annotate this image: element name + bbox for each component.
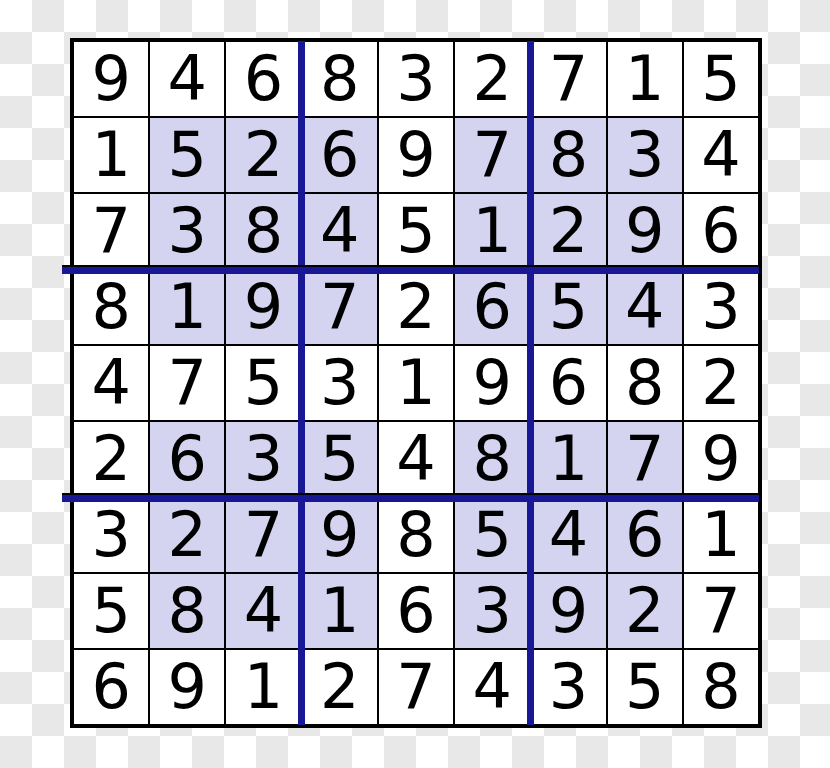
cell-r2c1[interactable]: 1: [73, 117, 149, 193]
cell-r2c5[interactable]: 9: [378, 117, 454, 193]
cell-r4c6[interactable]: 6: [454, 269, 530, 345]
cell-r2c4[interactable]: 6: [302, 117, 378, 193]
cell-r6c4[interactable]: 5: [302, 421, 378, 497]
cell-r7c5[interactable]: 8: [378, 497, 454, 573]
cell-r6c2[interactable]: 6: [149, 421, 225, 497]
cell-r4c8[interactable]: 4: [607, 269, 683, 345]
cell-r1c4[interactable]: 8: [302, 41, 378, 117]
cell-r5c1[interactable]: 4: [73, 345, 149, 421]
cell-r9c6[interactable]: 4: [454, 649, 530, 725]
cell-r3c8[interactable]: 9: [607, 193, 683, 269]
cell-r3c4[interactable]: 4: [302, 193, 378, 269]
cell-r3c2[interactable]: 3: [149, 193, 225, 269]
cell-r3c6[interactable]: 1: [454, 193, 530, 269]
cell-r2c7[interactable]: 8: [530, 117, 606, 193]
cell-r1c3[interactable]: 6: [225, 41, 301, 117]
cell-r3c3[interactable]: 8: [225, 193, 301, 269]
cell-r6c5[interactable]: 4: [378, 421, 454, 497]
cell-r5c2[interactable]: 7: [149, 345, 225, 421]
cell-r1c7[interactable]: 7: [530, 41, 606, 117]
cell-r2c2[interactable]: 5: [149, 117, 225, 193]
cell-r8c8[interactable]: 2: [607, 573, 683, 649]
cell-r9c4[interactable]: 2: [302, 649, 378, 725]
cell-r3c7[interactable]: 2: [530, 193, 606, 269]
cell-r4c3[interactable]: 9: [225, 269, 301, 345]
transparency-checkerboard: 9468327151526978347384512968197265434753…: [0, 0, 830, 768]
cell-r3c1[interactable]: 7: [73, 193, 149, 269]
cell-r1c6[interactable]: 2: [454, 41, 530, 117]
cell-r1c1[interactable]: 9: [73, 41, 149, 117]
cell-r2c6[interactable]: 7: [454, 117, 530, 193]
cell-r8c6[interactable]: 3: [454, 573, 530, 649]
cell-r7c8[interactable]: 6: [607, 497, 683, 573]
cell-r8c2[interactable]: 8: [149, 573, 225, 649]
cell-r6c1[interactable]: 2: [73, 421, 149, 497]
cell-r4c2[interactable]: 1: [149, 269, 225, 345]
cell-r5c6[interactable]: 9: [454, 345, 530, 421]
cell-r5c8[interactable]: 8: [607, 345, 683, 421]
cell-r1c2[interactable]: 4: [149, 41, 225, 117]
cell-r4c7[interactable]: 5: [530, 269, 606, 345]
cell-r1c5[interactable]: 3: [378, 41, 454, 117]
cell-r7c9[interactable]: 1: [683, 497, 759, 573]
cell-r2c8[interactable]: 3: [607, 117, 683, 193]
cell-r4c5[interactable]: 2: [378, 269, 454, 345]
cell-r3c5[interactable]: 5: [378, 193, 454, 269]
cell-r5c4[interactable]: 3: [302, 345, 378, 421]
cell-r7c3[interactable]: 7: [225, 497, 301, 573]
cell-r7c7[interactable]: 4: [530, 497, 606, 573]
cell-r1c9[interactable]: 5: [683, 41, 759, 117]
cell-r4c4[interactable]: 7: [302, 269, 378, 345]
cell-r7c4[interactable]: 9: [302, 497, 378, 573]
cell-r9c8[interactable]: 5: [607, 649, 683, 725]
cell-r8c1[interactable]: 5: [73, 573, 149, 649]
cell-r6c6[interactable]: 8: [454, 421, 530, 497]
cell-r9c2[interactable]: 9: [149, 649, 225, 725]
cell-r5c7[interactable]: 6: [530, 345, 606, 421]
cell-r1c8[interactable]: 1: [607, 41, 683, 117]
cell-r4c9[interactable]: 3: [683, 269, 759, 345]
cell-r6c8[interactable]: 7: [607, 421, 683, 497]
cell-r9c3[interactable]: 1: [225, 649, 301, 725]
cell-r4c1[interactable]: 8: [73, 269, 149, 345]
cell-r8c9[interactable]: 7: [683, 573, 759, 649]
cell-r5c9[interactable]: 2: [683, 345, 759, 421]
sudoku-board: 9468327151526978347384512968197265434753…: [70, 38, 762, 728]
cell-r8c4[interactable]: 1: [302, 573, 378, 649]
cell-r7c1[interactable]: 3: [73, 497, 149, 573]
cell-r6c3[interactable]: 3: [225, 421, 301, 497]
cell-r9c7[interactable]: 3: [530, 649, 606, 725]
cell-r6c7[interactable]: 1: [530, 421, 606, 497]
cell-r9c9[interactable]: 8: [683, 649, 759, 725]
cell-r3c9[interactable]: 6: [683, 193, 759, 269]
cell-r2c3[interactable]: 2: [225, 117, 301, 193]
cell-r9c1[interactable]: 6: [73, 649, 149, 725]
cell-r2c9[interactable]: 4: [683, 117, 759, 193]
cell-r7c6[interactable]: 5: [454, 497, 530, 573]
cell-r9c5[interactable]: 7: [378, 649, 454, 725]
cell-r8c7[interactable]: 9: [530, 573, 606, 649]
sudoku-grid: 9468327151526978347384512968197265434753…: [73, 41, 759, 725]
cell-r8c3[interactable]: 4: [225, 573, 301, 649]
cell-r5c5[interactable]: 1: [378, 345, 454, 421]
cell-r8c5[interactable]: 6: [378, 573, 454, 649]
cell-r7c2[interactable]: 2: [149, 497, 225, 573]
cell-r5c3[interactable]: 5: [225, 345, 301, 421]
cell-r6c9[interactable]: 9: [683, 421, 759, 497]
